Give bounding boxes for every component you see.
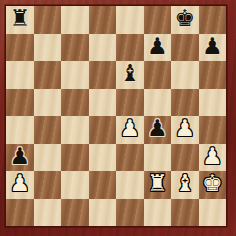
square-f6[interactable] — [144, 61, 172, 89]
square-d5[interactable] — [89, 89, 117, 117]
square-b7[interactable] — [34, 34, 62, 62]
square-g4[interactable]: ♟ — [171, 116, 199, 144]
piece-white-pawn[interactable]: ♟ — [9, 171, 30, 198]
square-d2[interactable] — [89, 171, 117, 199]
piece-white-rook[interactable]: ♜ — [147, 171, 168, 198]
square-f7[interactable]: ♟ — [144, 34, 172, 62]
square-b3[interactable] — [34, 144, 62, 172]
square-a7[interactable] — [6, 34, 34, 62]
square-h2[interactable]: ♚ — [199, 171, 227, 199]
square-e4[interactable]: ♟ — [116, 116, 144, 144]
square-c1[interactable] — [61, 199, 89, 227]
square-d8[interactable] — [89, 6, 117, 34]
square-f3[interactable] — [144, 144, 172, 172]
square-h6[interactable] — [199, 61, 227, 89]
square-f4[interactable]: ♟ — [144, 116, 172, 144]
piece-white-pawn[interactable]: ♟ — [119, 116, 140, 143]
square-g7[interactable] — [171, 34, 199, 62]
square-b4[interactable] — [34, 116, 62, 144]
square-g5[interactable] — [171, 89, 199, 117]
piece-white-pawn[interactable]: ♟ — [174, 116, 195, 143]
piece-white-bishop[interactable]: ♝ — [174, 171, 195, 198]
square-e7[interactable] — [116, 34, 144, 62]
square-g2[interactable]: ♝ — [171, 171, 199, 199]
square-d4[interactable] — [89, 116, 117, 144]
square-g8[interactable]: ♚ — [171, 6, 199, 34]
piece-white-pawn[interactable]: ♟ — [202, 144, 223, 171]
square-d7[interactable] — [89, 34, 117, 62]
square-a8[interactable]: ♜ — [6, 6, 34, 34]
square-d1[interactable] — [89, 199, 117, 227]
piece-white-king[interactable]: ♚ — [202, 171, 223, 198]
square-e2[interactable] — [116, 171, 144, 199]
square-b8[interactable] — [34, 6, 62, 34]
square-a4[interactable] — [6, 116, 34, 144]
piece-black-king[interactable]: ♚ — [174, 6, 195, 33]
square-c7[interactable] — [61, 34, 89, 62]
piece-black-pawn[interactable]: ♟ — [9, 144, 30, 171]
square-a5[interactable] — [6, 89, 34, 117]
square-a2[interactable]: ♟ — [6, 171, 34, 199]
piece-black-pawn[interactable]: ♟ — [147, 116, 168, 143]
piece-black-bishop[interactable]: ♝ — [119, 61, 140, 88]
square-g6[interactable] — [171, 61, 199, 89]
square-b5[interactable] — [34, 89, 62, 117]
square-e1[interactable] — [116, 199, 144, 227]
square-h5[interactable] — [199, 89, 227, 117]
square-c8[interactable] — [61, 6, 89, 34]
square-e6[interactable]: ♝ — [116, 61, 144, 89]
square-e3[interactable] — [116, 144, 144, 172]
square-a3[interactable]: ♟ — [6, 144, 34, 172]
square-f8[interactable] — [144, 6, 172, 34]
square-g3[interactable] — [171, 144, 199, 172]
square-f1[interactable] — [144, 199, 172, 227]
board-frame: ♜♚♟♟♝♟♟♟♟♟♟♜♝♚ — [0, 0, 236, 236]
square-c5[interactable] — [61, 89, 89, 117]
square-c2[interactable] — [61, 171, 89, 199]
square-h1[interactable] — [199, 199, 227, 227]
square-d6[interactable] — [89, 61, 117, 89]
square-b1[interactable] — [34, 199, 62, 227]
square-b2[interactable] — [34, 171, 62, 199]
square-f2[interactable]: ♜ — [144, 171, 172, 199]
square-h3[interactable]: ♟ — [199, 144, 227, 172]
square-c3[interactable] — [61, 144, 89, 172]
square-d3[interactable] — [89, 144, 117, 172]
square-g1[interactable] — [171, 199, 199, 227]
square-h8[interactable] — [199, 6, 227, 34]
square-a6[interactable] — [6, 61, 34, 89]
square-f5[interactable] — [144, 89, 172, 117]
square-h4[interactable] — [199, 116, 227, 144]
square-a1[interactable] — [6, 199, 34, 227]
piece-black-pawn[interactable]: ♟ — [147, 34, 168, 61]
square-c4[interactable] — [61, 116, 89, 144]
piece-black-pawn[interactable]: ♟ — [202, 34, 223, 61]
square-e5[interactable] — [116, 89, 144, 117]
square-c6[interactable] — [61, 61, 89, 89]
square-e8[interactable] — [116, 6, 144, 34]
square-b6[interactable] — [34, 61, 62, 89]
piece-black-rook[interactable]: ♜ — [9, 6, 30, 33]
chess-board: ♜♚♟♟♝♟♟♟♟♟♟♜♝♚ — [6, 6, 226, 226]
square-h7[interactable]: ♟ — [199, 34, 227, 62]
